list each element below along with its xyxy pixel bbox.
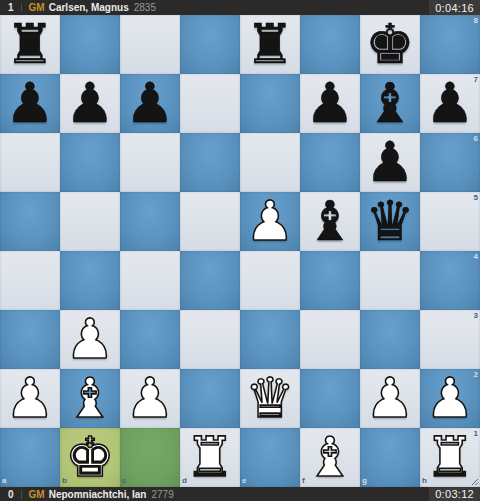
square-b5[interactable] [60, 192, 120, 251]
piece-white-rook[interactable]: ♜ [180, 428, 240, 487]
square-c3[interactable] [120, 310, 180, 369]
rank-label-3: 3 [474, 312, 478, 320]
square-a8[interactable]: ♜ [0, 15, 60, 74]
piece-black-rook[interactable]: ♜ [240, 15, 300, 74]
top-player-clock: 0:04:16 [429, 0, 480, 15]
square-e6[interactable] [240, 133, 300, 192]
piece-white-bishop[interactable]: ♝ [300, 428, 360, 487]
piece-black-pawn[interactable]: ♟ [300, 74, 360, 133]
bar-divider [21, 3, 22, 12]
square-g3[interactable] [360, 310, 420, 369]
resize-handle-icon[interactable] [471, 478, 479, 486]
square-e7[interactable] [240, 74, 300, 133]
bottom-player-score: 0 [0, 489, 21, 500]
square-b2[interactable]: ♝ [60, 369, 120, 428]
piece-white-pawn[interactable]: ♟ [120, 369, 180, 428]
piece-black-pawn[interactable]: ♟ [120, 74, 180, 133]
bar-divider [21, 490, 22, 499]
file-label-c: c [122, 477, 126, 485]
bottom-player-rating: 2779 [151, 489, 173, 500]
piece-black-king[interactable]: ♚ [360, 15, 420, 74]
square-c7[interactable]: ♟ [120, 74, 180, 133]
piece-white-pawn[interactable]: ♟ [360, 369, 420, 428]
square-b7[interactable]: ♟ [60, 74, 120, 133]
piece-black-queen[interactable]: ♛ [360, 192, 420, 251]
square-e2[interactable]: ♛ [240, 369, 300, 428]
top-player-rating: 2835 [134, 2, 156, 13]
square-a4[interactable] [0, 251, 60, 310]
square-g2[interactable]: ♟ [360, 369, 420, 428]
square-g4[interactable] [360, 251, 420, 310]
square-c4[interactable] [120, 251, 180, 310]
piece-black-pawn[interactable]: ♟ [420, 74, 480, 133]
bottom-player-name: Nepomniachtchi, Ian [49, 489, 147, 500]
piece-white-pawn[interactable]: ♟ [0, 369, 60, 428]
square-h2[interactable]: ♟2 [420, 369, 480, 428]
square-d5[interactable] [180, 192, 240, 251]
square-b1[interactable]: ♚b [60, 428, 120, 487]
square-d8[interactable] [180, 15, 240, 74]
square-e8[interactable]: ♜ [240, 15, 300, 74]
square-a2[interactable]: ♟ [0, 369, 60, 428]
piece-white-king[interactable]: ♚ [60, 428, 120, 487]
square-a7[interactable]: ♟ [0, 74, 60, 133]
square-f8[interactable] [300, 15, 360, 74]
square-d6[interactable] [180, 133, 240, 192]
square-g6[interactable]: ♟ [360, 133, 420, 192]
square-h5[interactable]: 5 [420, 192, 480, 251]
rank-label-8: 8 [474, 17, 478, 25]
square-f5[interactable]: ♝ [300, 192, 360, 251]
piece-black-bishop[interactable]: ♝ [360, 74, 420, 133]
square-g8[interactable]: ♚ [360, 15, 420, 74]
file-label-e: e [242, 477, 246, 485]
square-f1[interactable]: ♝f [300, 428, 360, 487]
piece-black-pawn[interactable]: ♟ [360, 133, 420, 192]
square-c6[interactable] [120, 133, 180, 192]
bottom-player-clock: 0:03:12 [429, 487, 480, 501]
rank-label-6: 6 [474, 135, 478, 143]
square-h3[interactable]: 3 [420, 310, 480, 369]
top-player-name: Carlsen, Magnus [49, 2, 129, 13]
piece-black-pawn[interactable]: ♟ [60, 74, 120, 133]
square-a5[interactable] [0, 192, 60, 251]
piece-white-queen[interactable]: ♛ [240, 369, 300, 428]
square-e5[interactable]: ♟ [240, 192, 300, 251]
square-d7[interactable] [180, 74, 240, 133]
square-c5[interactable] [120, 192, 180, 251]
chess-board: ♜♜♚8♟♟♟♟♝♟7♟6♟♝♛54♟3♟♝♟♛♟♟2a♚bc♜de♝fg♜h1 [0, 15, 480, 487]
square-g1[interactable]: g [360, 428, 420, 487]
square-d4[interactable] [180, 251, 240, 310]
file-label-a: a [2, 477, 6, 485]
square-a6[interactable] [0, 133, 60, 192]
square-f2[interactable] [300, 369, 360, 428]
rank-label-4: 4 [474, 253, 478, 261]
piece-black-bishop[interactable]: ♝ [300, 192, 360, 251]
file-label-g: g [362, 477, 367, 485]
square-b3[interactable]: ♟ [60, 310, 120, 369]
square-h8[interactable]: 8 [420, 15, 480, 74]
square-f6[interactable] [300, 133, 360, 192]
square-h4[interactable]: 4 [420, 251, 480, 310]
square-c8[interactable] [120, 15, 180, 74]
square-e4[interactable] [240, 251, 300, 310]
piece-white-pawn[interactable]: ♟ [60, 310, 120, 369]
square-h6[interactable]: 6 [420, 133, 480, 192]
square-b6[interactable] [60, 133, 120, 192]
square-f7[interactable]: ♟ [300, 74, 360, 133]
square-g5[interactable]: ♛ [360, 192, 420, 251]
square-f3[interactable] [300, 310, 360, 369]
piece-black-rook[interactable]: ♜ [0, 15, 60, 74]
square-d3[interactable] [180, 310, 240, 369]
square-f4[interactable] [300, 251, 360, 310]
square-d2[interactable] [180, 369, 240, 428]
square-h7[interactable]: ♟7 [420, 74, 480, 133]
square-e1[interactable]: e [240, 428, 300, 487]
square-a3[interactable] [0, 310, 60, 369]
bottom-player-title: GM [29, 489, 45, 500]
square-c2[interactable]: ♟ [120, 369, 180, 428]
piece-black-pawn[interactable]: ♟ [0, 74, 60, 133]
bottom-player-bar: 0 GM Nepomniachtchi, Ian 2779 0:03:12 [0, 487, 480, 501]
square-d1[interactable]: ♜d [180, 428, 240, 487]
piece-white-bishop[interactable]: ♝ [60, 369, 120, 428]
piece-white-pawn[interactable]: ♟ [420, 369, 480, 428]
rank-label-5: 5 [474, 194, 478, 202]
square-g7[interactable]: ♝ [360, 74, 420, 133]
square-c1[interactable]: c [120, 428, 180, 487]
square-a1[interactable]: a [0, 428, 60, 487]
square-e3[interactable] [240, 310, 300, 369]
square-b8[interactable] [60, 15, 120, 74]
piece-white-pawn[interactable]: ♟ [240, 192, 300, 251]
square-b4[interactable] [60, 251, 120, 310]
